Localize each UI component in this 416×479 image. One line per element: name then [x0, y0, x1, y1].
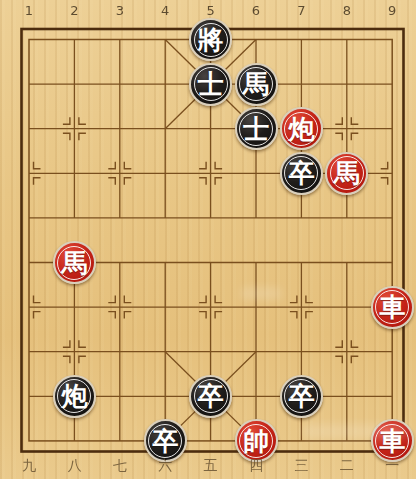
file-label-bottom: 九: [14, 456, 44, 474]
piece-black-cannon[interactable]: 炮: [53, 375, 96, 418]
xiangqi-app: 123456789 將士馬士炮卒馬馬車炮卒卒卒帥車 九八七六五四三二一: [0, 0, 416, 479]
file-label-top: 4: [150, 2, 180, 20]
file-label-bottom: 六: [150, 456, 180, 474]
file-labels-bottom: 九八七六五四三二一: [0, 456, 416, 474]
piece-glyph: 車: [379, 294, 405, 320]
piece-glyph: 將: [198, 27, 224, 53]
piece-glyph: 士: [198, 71, 224, 97]
piece-glyph: 帥: [243, 428, 269, 454]
file-label-bottom: 一: [377, 456, 407, 474]
file-label-top: 1: [14, 2, 44, 20]
file-label-top: 2: [59, 2, 89, 20]
piece-red-chariot[interactable]: 車: [371, 286, 414, 329]
piece-red-horse[interactable]: 馬: [325, 152, 368, 195]
piece-glyph: 車: [379, 428, 405, 454]
file-label-top: 6: [241, 2, 271, 20]
piece-glyph: 馬: [334, 160, 360, 186]
file-label-bottom: 八: [59, 456, 89, 474]
file-label-top: 7: [286, 2, 316, 20]
file-label-top: 8: [332, 2, 362, 20]
piece-glyph: 卒: [288, 160, 314, 186]
piece-glyph: 馬: [243, 71, 269, 97]
piece-glyph: 卒: [152, 428, 178, 454]
piece-red-horse[interactable]: 馬: [53, 241, 96, 284]
piece-black-soldier[interactable]: 卒: [280, 152, 323, 195]
file-label-bottom: 三: [286, 456, 316, 474]
piece-black-general[interactable]: 將: [189, 18, 232, 61]
piece-glyph: 炮: [61, 383, 87, 409]
piece-glyph: 炮: [288, 116, 314, 142]
piece-glyph: 士: [243, 116, 269, 142]
piece-black-advisor[interactable]: 士: [189, 63, 232, 106]
file-label-bottom: 七: [105, 456, 135, 474]
file-label-top: 3: [105, 2, 135, 20]
piece-glyph: 馬: [61, 250, 87, 276]
piece-black-soldier[interactable]: 卒: [280, 375, 323, 418]
piece-black-advisor[interactable]: 士: [235, 107, 278, 150]
file-label-top: 9: [377, 2, 407, 20]
piece-red-cannon[interactable]: 炮: [280, 107, 323, 150]
piece-glyph: 卒: [198, 383, 224, 409]
file-label-bottom: 四: [241, 456, 271, 474]
file-label-bottom: 五: [196, 456, 226, 474]
piece-glyph: 卒: [288, 383, 314, 409]
piece-black-horse[interactable]: 馬: [235, 63, 278, 106]
file-label-bottom: 二: [332, 456, 362, 474]
piece-black-soldier[interactable]: 卒: [189, 375, 232, 418]
